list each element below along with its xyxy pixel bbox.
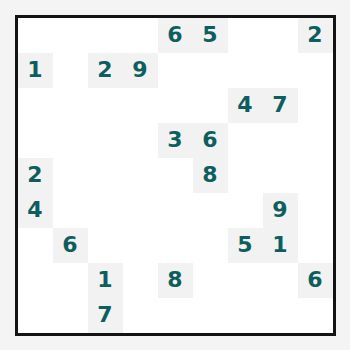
cell-r9c5[interactable] [158,298,195,333]
cell-r7c7[interactable]: 5 [228,228,265,265]
cell-r6c9[interactable] [298,193,333,231]
cell-r4c1[interactable] [18,123,55,160]
cell-r4c2[interactable] [53,123,90,160]
cell-r2c6[interactable] [193,53,231,90]
cell-r2c5[interactable] [158,53,195,90]
cell-r7c2[interactable]: 6 [53,228,90,265]
cell-r4c9[interactable] [298,123,333,160]
cell-r3c4[interactable] [123,88,160,126]
cell-r7c5[interactable] [158,228,195,265]
cell-r1c8[interactable] [263,18,300,55]
cell-r5c1[interactable]: 2 [18,158,55,195]
cell-r4c3[interactable] [88,123,126,160]
cell-r5c4[interactable] [123,158,160,195]
cell-r9c8[interactable] [263,298,300,333]
cell-r9c6[interactable] [193,298,231,333]
cell-r8c9[interactable]: 6 [298,263,333,300]
cell-r2c2[interactable] [53,53,90,90]
cell-r1c4[interactable] [123,18,160,55]
cell-r5c7[interactable] [228,158,265,195]
cell-r9c4[interactable] [123,298,160,333]
cell-r3c8[interactable]: 7 [263,88,300,126]
cell-r3c6[interactable] [193,88,231,126]
cell-r3c5[interactable] [158,88,195,126]
cell-r7c3[interactable] [88,228,126,265]
cell-r7c6[interactable] [193,228,231,265]
cell-r8c8[interactable] [263,263,300,300]
sudoku-board: 652129473628496511867 [15,15,336,336]
cell-r8c1[interactable] [18,263,55,300]
cell-r5c8[interactable] [263,158,300,195]
cell-r6c1[interactable]: 4 [18,193,55,231]
cell-r4c4[interactable] [123,123,160,160]
cell-r1c7[interactable] [228,18,265,55]
cell-r8c7[interactable] [228,263,265,300]
cell-r2c3[interactable]: 2 [88,53,126,90]
cell-r8c4[interactable] [123,263,160,300]
cell-r5c3[interactable] [88,158,126,195]
cell-r9c3[interactable]: 7 [88,298,126,333]
cell-r2c8[interactable] [263,53,300,90]
cell-r1c9[interactable]: 2 [298,18,333,55]
cell-r4c8[interactable] [263,123,300,160]
cell-r6c5[interactable] [158,193,195,231]
cell-r6c8[interactable]: 9 [263,193,300,231]
cell-r6c6[interactable] [193,193,231,231]
cell-r8c6[interactable] [193,263,231,300]
cell-r3c7[interactable]: 4 [228,88,265,126]
cell-r6c7[interactable] [228,193,265,231]
cell-r9c1[interactable] [18,298,55,333]
cell-r1c3[interactable] [88,18,126,55]
cell-r6c3[interactable] [88,193,126,231]
cell-r3c2[interactable] [53,88,90,126]
cell-r5c5[interactable] [158,158,195,195]
cell-r1c2[interactable] [53,18,90,55]
cell-r4c7[interactable] [228,123,265,160]
cell-r3c1[interactable] [18,88,55,126]
cell-r9c7[interactable] [228,298,265,333]
cell-r1c6[interactable]: 5 [193,18,231,55]
cell-r7c8[interactable]: 1 [263,228,300,265]
cell-r9c9[interactable] [298,298,333,333]
cell-r3c3[interactable] [88,88,126,126]
cell-r6c4[interactable] [123,193,160,231]
cell-r5c6[interactable]: 8 [193,158,231,195]
cell-r4c5[interactable]: 3 [158,123,195,160]
cell-r5c9[interactable] [298,158,333,195]
cell-r5c2[interactable] [53,158,90,195]
page: 652129473628496511867 [0,0,350,350]
cell-r1c5[interactable]: 6 [158,18,195,55]
cell-r4c6[interactable]: 6 [193,123,231,160]
cell-r2c1[interactable]: 1 [18,53,55,90]
cell-r3c9[interactable] [298,88,333,126]
cell-r7c1[interactable] [18,228,55,265]
cell-r9c2[interactable] [53,298,90,333]
cell-r2c7[interactable] [228,53,265,90]
cell-r8c2[interactable] [53,263,90,300]
cell-r1c1[interactable] [18,18,55,55]
cell-r8c5[interactable]: 8 [158,263,195,300]
cell-r2c4[interactable]: 9 [123,53,160,90]
cell-r7c4[interactable] [123,228,160,265]
cell-r7c9[interactable] [298,228,333,265]
cell-r6c2[interactable] [53,193,90,231]
cell-r2c9[interactable] [298,53,333,90]
cell-r8c3[interactable]: 1 [88,263,126,300]
